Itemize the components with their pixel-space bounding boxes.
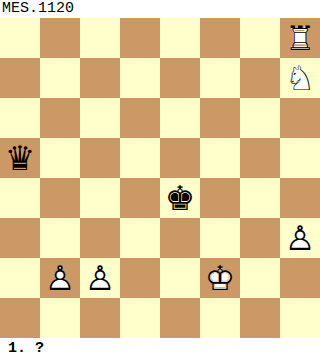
puzzle-id: MES.1120 <box>0 0 320 18</box>
square-e3[interactable] <box>160 218 200 258</box>
square-h2[interactable] <box>280 258 320 298</box>
square-d8[interactable] <box>120 18 160 58</box>
square-c2[interactable]: ♟♙ <box>80 258 120 298</box>
square-g3[interactable] <box>240 218 280 258</box>
move-prompt: 1. ? <box>0 338 320 360</box>
white-pawn-fill: ♟ <box>282 220 319 257</box>
square-e5[interactable] <box>160 138 200 178</box>
square-b1[interactable] <box>40 298 80 338</box>
white-pawn-fill: ♟ <box>82 260 119 297</box>
white-knight-fill: ♞ <box>282 60 319 97</box>
black-queen: ♛ <box>0 138 40 178</box>
square-f7[interactable] <box>200 58 240 98</box>
square-e8[interactable] <box>160 18 200 58</box>
square-h7[interactable]: ♞♘ <box>280 58 320 98</box>
square-f5[interactable] <box>200 138 240 178</box>
square-c1[interactable] <box>80 298 120 338</box>
square-e1[interactable] <box>160 298 200 338</box>
square-c4[interactable] <box>80 178 120 218</box>
square-f8[interactable] <box>200 18 240 58</box>
white-rook-fill: ♜ <box>282 20 319 57</box>
square-c3[interactable] <box>80 218 120 258</box>
square-c7[interactable] <box>80 58 120 98</box>
square-e7[interactable] <box>160 58 200 98</box>
square-b7[interactable] <box>40 58 80 98</box>
black-king: ♚ <box>160 178 200 218</box>
square-g8[interactable] <box>240 18 280 58</box>
square-a2[interactable] <box>0 258 40 298</box>
square-h5[interactable] <box>280 138 320 178</box>
square-h4[interactable] <box>280 178 320 218</box>
square-g4[interactable] <box>240 178 280 218</box>
white-rook: ♖ <box>280 18 320 58</box>
white-king: ♔ <box>200 258 240 298</box>
square-a3[interactable] <box>0 218 40 258</box>
square-g5[interactable] <box>240 138 280 178</box>
square-g1[interactable] <box>240 298 280 338</box>
square-b2[interactable]: ♟♙ <box>40 258 80 298</box>
square-d5[interactable] <box>120 138 160 178</box>
square-a8[interactable] <box>0 18 40 58</box>
square-f1[interactable] <box>200 298 240 338</box>
square-f2[interactable]: ♚♔ <box>200 258 240 298</box>
square-g7[interactable] <box>240 58 280 98</box>
square-b4[interactable] <box>40 178 80 218</box>
square-a6[interactable] <box>0 98 40 138</box>
square-f6[interactable] <box>200 98 240 138</box>
square-b5[interactable] <box>40 138 80 178</box>
square-d6[interactable] <box>120 98 160 138</box>
square-d7[interactable] <box>120 58 160 98</box>
white-pawn: ♙ <box>80 258 120 298</box>
white-knight: ♘ <box>280 58 320 98</box>
square-c6[interactable] <box>80 98 120 138</box>
square-g6[interactable] <box>240 98 280 138</box>
square-b8[interactable] <box>40 18 80 58</box>
white-pawn: ♙ <box>280 218 320 258</box>
square-c8[interactable] <box>80 18 120 58</box>
chess-board: ♜♖♞♘♛♚♟♙♟♙♟♙♚♔ <box>0 18 320 338</box>
square-a5[interactable]: ♛ <box>0 138 40 178</box>
white-pawn: ♙ <box>40 258 80 298</box>
square-e6[interactable] <box>160 98 200 138</box>
square-h6[interactable] <box>280 98 320 138</box>
square-g2[interactable] <box>240 258 280 298</box>
square-h1[interactable] <box>280 298 320 338</box>
white-king-fill: ♚ <box>202 260 239 297</box>
square-h3[interactable]: ♟♙ <box>280 218 320 258</box>
square-b3[interactable] <box>40 218 80 258</box>
square-a7[interactable] <box>0 58 40 98</box>
square-d4[interactable] <box>120 178 160 218</box>
white-pawn-fill: ♟ <box>42 260 79 297</box>
square-a1[interactable] <box>0 298 40 338</box>
square-f4[interactable] <box>200 178 240 218</box>
square-e4[interactable]: ♚ <box>160 178 200 218</box>
square-f3[interactable] <box>200 218 240 258</box>
square-b6[interactable] <box>40 98 80 138</box>
square-d1[interactable] <box>120 298 160 338</box>
square-h8[interactable]: ♜♖ <box>280 18 320 58</box>
square-c5[interactable] <box>80 138 120 178</box>
square-e2[interactable] <box>160 258 200 298</box>
square-d3[interactable] <box>120 218 160 258</box>
square-a4[interactable] <box>0 178 40 218</box>
square-d2[interactable] <box>120 258 160 298</box>
chess-puzzle-diagram: MES.1120 ♜♖♞♘♛♚♟♙♟♙♟♙♚♔ 1. ? <box>0 0 320 360</box>
